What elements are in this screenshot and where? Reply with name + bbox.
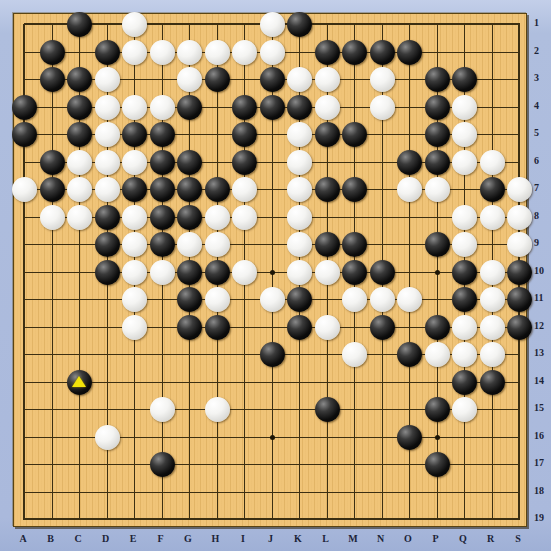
white-stone — [397, 177, 422, 202]
white-stone — [95, 177, 120, 202]
grid-line-horizontal — [24, 382, 520, 383]
white-stone — [507, 232, 532, 257]
hoshi-point — [270, 270, 275, 275]
black-stone — [95, 205, 120, 230]
white-stone — [507, 177, 532, 202]
column-label: J — [261, 533, 281, 544]
white-stone — [287, 67, 312, 92]
white-stone — [452, 150, 477, 175]
white-stone — [177, 40, 202, 65]
white-stone — [67, 205, 92, 230]
white-stone — [150, 95, 175, 120]
white-stone — [67, 150, 92, 175]
go-board[interactable] — [13, 13, 527, 527]
black-stone — [40, 150, 65, 175]
black-stone — [205, 260, 230, 285]
white-stone — [452, 122, 477, 147]
white-stone — [315, 260, 340, 285]
white-stone — [12, 177, 37, 202]
white-stone — [122, 205, 147, 230]
black-stone — [177, 95, 202, 120]
black-stone — [95, 40, 120, 65]
black-stone — [260, 95, 285, 120]
white-stone — [452, 205, 477, 230]
white-stone — [287, 177, 312, 202]
black-stone — [67, 67, 92, 92]
row-label: 16 — [534, 430, 544, 442]
black-stone — [397, 342, 422, 367]
black-stone — [287, 95, 312, 120]
black-stone — [452, 370, 477, 395]
white-stone — [287, 260, 312, 285]
black-stone — [150, 452, 175, 477]
white-stone — [205, 40, 230, 65]
black-stone — [287, 12, 312, 37]
white-stone — [232, 260, 257, 285]
grid-line-horizontal — [24, 518, 520, 520]
black-stone — [177, 260, 202, 285]
white-stone — [205, 397, 230, 422]
go-app-window: ABCDEFGHIJKLMNOPQRS 12345678910111213141… — [0, 0, 551, 551]
black-stone — [12, 122, 37, 147]
white-stone — [452, 232, 477, 257]
black-stone — [67, 95, 92, 120]
black-stone — [260, 67, 285, 92]
row-label: 3 — [534, 72, 539, 84]
white-stone — [370, 67, 395, 92]
black-stone — [425, 452, 450, 477]
row-label: 19 — [534, 512, 544, 524]
black-stone — [425, 315, 450, 340]
white-stone — [260, 40, 285, 65]
row-label: 7 — [534, 182, 539, 194]
black-stone — [425, 67, 450, 92]
white-stone — [205, 287, 230, 312]
black-stone — [12, 95, 37, 120]
row-label: 14 — [534, 375, 544, 387]
black-stone — [150, 205, 175, 230]
black-stone — [342, 122, 367, 147]
column-label: I — [233, 533, 253, 544]
black-stone — [507, 315, 532, 340]
column-label: L — [316, 533, 336, 544]
white-stone — [315, 67, 340, 92]
black-stone — [177, 287, 202, 312]
white-stone — [315, 95, 340, 120]
white-stone — [122, 232, 147, 257]
black-stone — [232, 95, 257, 120]
black-stone — [177, 150, 202, 175]
row-label: 1 — [534, 17, 539, 29]
white-stone — [287, 205, 312, 230]
white-stone — [205, 205, 230, 230]
column-label: F — [151, 533, 171, 544]
black-stone — [342, 177, 367, 202]
white-stone — [122, 287, 147, 312]
white-stone — [480, 287, 505, 312]
black-stone — [205, 67, 230, 92]
black-stone — [480, 370, 505, 395]
white-stone — [95, 122, 120, 147]
black-stone — [67, 370, 92, 395]
black-stone — [397, 40, 422, 65]
white-stone — [425, 177, 450, 202]
black-stone — [342, 232, 367, 257]
black-stone — [232, 150, 257, 175]
black-stone — [67, 122, 92, 147]
black-stone — [370, 315, 395, 340]
black-stone — [452, 287, 477, 312]
black-stone — [287, 287, 312, 312]
column-label: P — [426, 533, 446, 544]
black-stone — [507, 260, 532, 285]
black-stone — [150, 232, 175, 257]
black-stone — [397, 150, 422, 175]
black-stone — [40, 177, 65, 202]
white-stone — [177, 67, 202, 92]
column-label: E — [123, 533, 143, 544]
grid-line-horizontal — [24, 492, 520, 493]
white-stone — [95, 67, 120, 92]
black-stone — [205, 315, 230, 340]
white-stone — [232, 177, 257, 202]
white-stone — [287, 232, 312, 257]
hoshi-point — [435, 270, 440, 275]
white-stone — [150, 397, 175, 422]
column-label: O — [398, 533, 418, 544]
row-label: 8 — [534, 210, 539, 222]
column-label: H — [206, 533, 226, 544]
black-stone — [315, 232, 340, 257]
black-stone — [40, 40, 65, 65]
column-label: D — [96, 533, 116, 544]
white-stone — [370, 287, 395, 312]
black-stone — [260, 342, 285, 367]
black-stone — [315, 397, 340, 422]
row-label: 13 — [534, 347, 544, 359]
white-stone — [95, 95, 120, 120]
last-move-marker — [72, 376, 86, 387]
white-stone — [370, 95, 395, 120]
white-stone — [480, 342, 505, 367]
white-stone — [205, 232, 230, 257]
row-label: 12 — [534, 320, 544, 332]
white-stone — [452, 397, 477, 422]
row-label: 17 — [534, 457, 544, 469]
black-stone — [342, 260, 367, 285]
column-label: G — [178, 533, 198, 544]
black-stone — [452, 67, 477, 92]
white-stone — [177, 232, 202, 257]
column-label: Q — [453, 533, 473, 544]
hoshi-point — [435, 435, 440, 440]
black-stone — [480, 177, 505, 202]
black-stone — [425, 397, 450, 422]
column-label: S — [508, 533, 528, 544]
row-label: 11 — [534, 292, 543, 304]
white-stone — [122, 260, 147, 285]
white-stone — [425, 342, 450, 367]
black-stone — [425, 150, 450, 175]
black-stone — [122, 122, 147, 147]
white-stone — [480, 260, 505, 285]
white-stone — [122, 150, 147, 175]
white-stone — [342, 287, 367, 312]
black-stone — [370, 40, 395, 65]
white-stone — [67, 177, 92, 202]
black-stone — [150, 150, 175, 175]
white-stone — [122, 315, 147, 340]
white-stone — [232, 40, 257, 65]
row-label: 5 — [534, 127, 539, 139]
black-stone — [232, 122, 257, 147]
black-stone — [287, 315, 312, 340]
black-stone — [177, 205, 202, 230]
black-stone — [425, 232, 450, 257]
column-label: R — [481, 533, 501, 544]
white-stone — [315, 315, 340, 340]
white-stone — [122, 95, 147, 120]
row-label: 9 — [534, 237, 539, 249]
white-stone — [480, 205, 505, 230]
white-stone — [452, 95, 477, 120]
row-label: 2 — [534, 45, 539, 57]
black-stone — [342, 40, 367, 65]
white-stone — [507, 205, 532, 230]
white-stone — [122, 40, 147, 65]
column-label: B — [41, 533, 61, 544]
column-label: M — [343, 533, 363, 544]
black-stone — [507, 287, 532, 312]
white-stone — [95, 150, 120, 175]
white-stone — [452, 342, 477, 367]
column-label: K — [288, 533, 308, 544]
black-stone — [452, 260, 477, 285]
black-stone — [95, 260, 120, 285]
row-label: 4 — [534, 100, 539, 112]
white-stone — [150, 260, 175, 285]
white-stone — [260, 287, 285, 312]
black-stone — [315, 40, 340, 65]
black-stone — [40, 67, 65, 92]
black-stone — [425, 122, 450, 147]
black-stone — [315, 122, 340, 147]
black-stone — [150, 122, 175, 147]
white-stone — [150, 40, 175, 65]
column-label: N — [371, 533, 391, 544]
hoshi-point — [270, 435, 275, 440]
black-stone — [205, 177, 230, 202]
column-label: A — [13, 533, 33, 544]
black-stone — [177, 315, 202, 340]
black-stone — [122, 177, 147, 202]
white-stone — [287, 150, 312, 175]
black-stone — [425, 95, 450, 120]
black-stone — [67, 12, 92, 37]
black-stone — [315, 177, 340, 202]
white-stone — [260, 12, 285, 37]
black-stone — [370, 260, 395, 285]
white-stone — [480, 315, 505, 340]
white-stone — [232, 205, 257, 230]
white-stone — [452, 315, 477, 340]
black-stone — [177, 177, 202, 202]
row-label: 6 — [534, 155, 539, 167]
white-stone — [342, 342, 367, 367]
column-label: C — [68, 533, 88, 544]
white-stone — [40, 205, 65, 230]
white-stone — [122, 12, 147, 37]
black-stone — [397, 425, 422, 450]
white-stone — [95, 425, 120, 450]
black-stone — [95, 232, 120, 257]
black-stone — [150, 177, 175, 202]
white-stone — [397, 287, 422, 312]
row-label: 15 — [534, 402, 544, 414]
row-label: 10 — [534, 265, 544, 277]
row-label: 18 — [534, 485, 544, 497]
white-stone — [287, 122, 312, 147]
white-stone — [480, 150, 505, 175]
